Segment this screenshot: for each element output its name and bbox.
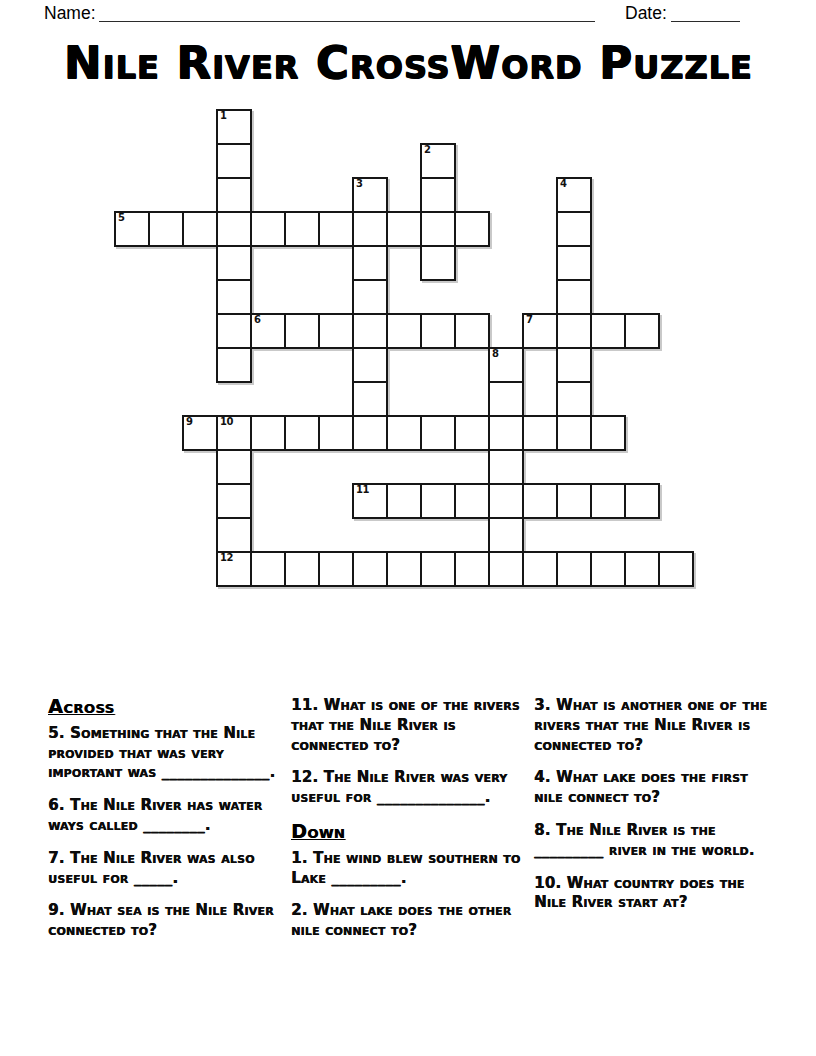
clue-number: 6 — [254, 314, 260, 326]
grid-cell[interactable] — [590, 551, 626, 587]
clue-6: 6. The Nile River has water ways called … — [48, 796, 280, 836]
grid-cell[interactable] — [352, 381, 388, 417]
grid-cell[interactable] — [624, 483, 660, 519]
grid-cell[interactable] — [352, 245, 388, 281]
grid-cell[interactable]: 3 — [352, 177, 388, 213]
grid-cell[interactable] — [420, 551, 456, 587]
clues: Across5. Something that the Nile provide… — [48, 696, 772, 954]
clue-number: 8 — [492, 348, 498, 360]
date-blank-line[interactable] — [671, 21, 740, 22]
clue-3: 3. What is another one of the rivers tha… — [534, 696, 772, 755]
grid-cell[interactable] — [556, 313, 592, 349]
grid-cell[interactable] — [590, 483, 626, 519]
grid-cell[interactable]: 8 — [488, 347, 524, 383]
clue-1: 1. The wind blew southern to Lake ______… — [291, 849, 523, 889]
clue-4: 4. What lake does the first nile connect… — [534, 768, 772, 808]
grid-cell[interactable] — [216, 313, 252, 349]
grid-cell[interactable] — [216, 347, 252, 383]
clue-number: 2 — [424, 144, 430, 156]
grid-cell[interactable] — [454, 551, 490, 587]
grid-cell[interactable] — [352, 347, 388, 383]
clue-number: 4 — [560, 178, 566, 190]
grid-cell[interactable] — [216, 279, 252, 315]
clue-number: 10 — [220, 416, 233, 428]
clue-12: 12. The Nile River was very useful for _… — [291, 768, 523, 808]
clue-number: 9 — [186, 416, 192, 428]
grid-cell[interactable] — [556, 415, 592, 451]
grid-cell[interactable] — [216, 177, 252, 213]
grid-cell[interactable] — [250, 211, 286, 247]
clue-5: 5. Something that the Nile provided that… — [48, 724, 280, 783]
grid-cell[interactable] — [658, 551, 694, 587]
clue-column-2: 11. What is one of the rivers that the N… — [291, 696, 523, 954]
grid-cell[interactable] — [454, 313, 490, 349]
grid-cell[interactable] — [420, 483, 456, 519]
page-title: Nile River CrossWord Puzzle — [0, 36, 816, 89]
grid-cell[interactable]: 7 — [522, 313, 558, 349]
clue-column-1: Across5. Something that the Nile provide… — [48, 696, 280, 954]
grid-cell[interactable] — [420, 245, 456, 281]
grid-cell[interactable] — [488, 415, 524, 451]
grid-cell[interactable] — [352, 211, 388, 247]
grid-cell[interactable] — [352, 313, 388, 349]
grid-cell[interactable]: 10 — [216, 415, 252, 451]
grid-cell[interactable] — [352, 279, 388, 315]
clue-number: 3 — [356, 178, 362, 190]
grid-cell[interactable] — [216, 143, 252, 179]
grid-cell[interactable] — [590, 415, 626, 451]
clue-8: 8. The Nile River is the _________ river… — [534, 821, 772, 861]
grid-cell[interactable] — [556, 551, 592, 587]
clue-10: 10. What country does the Nile River sta… — [534, 874, 772, 914]
grid-cell[interactable] — [454, 211, 490, 247]
grid-cell[interactable] — [488, 517, 524, 553]
grid-cell[interactable] — [488, 483, 524, 519]
grid-cell[interactable] — [556, 279, 592, 315]
grid-cell[interactable] — [556, 211, 592, 247]
grid-cell[interactable]: 12 — [216, 551, 252, 587]
grid-cell[interactable] — [386, 211, 422, 247]
grid-cell[interactable]: 9 — [182, 415, 218, 451]
clue-number: 11 — [356, 484, 369, 496]
grid-cell[interactable] — [454, 415, 490, 451]
name-label: Name: — [44, 3, 96, 24]
grid-cell[interactable]: 4 — [556, 177, 592, 213]
clue-11: 11. What is one of the rivers that the N… — [291, 696, 523, 755]
grid-cell[interactable] — [522, 551, 558, 587]
clue-9: 9. What sea is the Nile River connected … — [48, 901, 280, 941]
grid-cell[interactable] — [522, 415, 558, 451]
grid-cell[interactable] — [386, 313, 422, 349]
grid-cell[interactable] — [148, 211, 184, 247]
down-heading: Down — [291, 821, 523, 842]
grid-cell[interactable] — [420, 211, 456, 247]
date-label: Date: — [625, 3, 667, 24]
grid-cell[interactable] — [556, 483, 592, 519]
grid-cell[interactable] — [556, 245, 592, 281]
grid-cell[interactable] — [420, 415, 456, 451]
clue-2: 2. What lake does the other nile connect… — [291, 901, 523, 941]
grid-cell[interactable] — [318, 551, 354, 587]
grid-cell[interactable] — [488, 551, 524, 587]
grid-cell[interactable]: 11 — [352, 483, 388, 519]
grid-cell[interactable] — [352, 551, 388, 587]
grid-cell[interactable] — [522, 483, 558, 519]
grid-cell[interactable] — [454, 483, 490, 519]
grid-cell[interactable]: 5 — [114, 211, 150, 247]
grid-cell[interactable] — [182, 211, 218, 247]
grid-cell[interactable] — [284, 313, 320, 349]
grid-cell[interactable] — [488, 449, 524, 485]
grid-cell[interactable] — [216, 245, 252, 281]
crossword-board: 123456789101112 — [114, 109, 694, 587]
clue-number: 1 — [220, 110, 226, 122]
grid-cell[interactable] — [250, 551, 286, 587]
grid-cell[interactable] — [318, 415, 354, 451]
name-blank-line[interactable] — [99, 21, 595, 22]
grid-cell[interactable] — [216, 483, 252, 519]
grid-cell[interactable] — [250, 415, 286, 451]
grid-cell[interactable]: 2 — [420, 143, 456, 179]
clue-number: 12 — [220, 552, 233, 564]
clue-7: 7. The Nile River was also useful for __… — [48, 849, 280, 889]
grid-cell[interactable] — [216, 517, 252, 553]
grid-cell[interactable] — [386, 415, 422, 451]
grid-cell[interactable] — [284, 211, 320, 247]
grid-cell[interactable] — [420, 313, 456, 349]
grid-cell[interactable] — [590, 313, 626, 349]
grid-cell[interactable]: 1 — [216, 109, 252, 145]
grid-cell[interactable] — [386, 551, 422, 587]
grid-cell[interactable] — [284, 415, 320, 451]
clue-column-3: 3. What is another one of the rivers tha… — [534, 696, 772, 954]
grid-cell[interactable] — [386, 483, 422, 519]
grid-cell[interactable] — [556, 347, 592, 383]
grid-cell[interactable] — [318, 313, 354, 349]
grid-cell[interactable] — [318, 211, 354, 247]
clue-number: 7 — [526, 314, 532, 326]
grid-cell[interactable] — [488, 381, 524, 417]
grid-cell[interactable] — [624, 551, 660, 587]
grid-cell[interactable] — [556, 381, 592, 417]
grid-cell[interactable] — [216, 211, 252, 247]
grid-cell[interactable]: 6 — [250, 313, 286, 349]
grid-cell[interactable] — [216, 449, 252, 485]
grid-cell[interactable] — [352, 415, 388, 451]
grid-cell[interactable] — [420, 177, 456, 213]
across-heading: Across — [48, 696, 280, 717]
grid-cell[interactable] — [284, 551, 320, 587]
clue-number: 5 — [118, 212, 124, 224]
grid-cell[interactable] — [624, 313, 660, 349]
